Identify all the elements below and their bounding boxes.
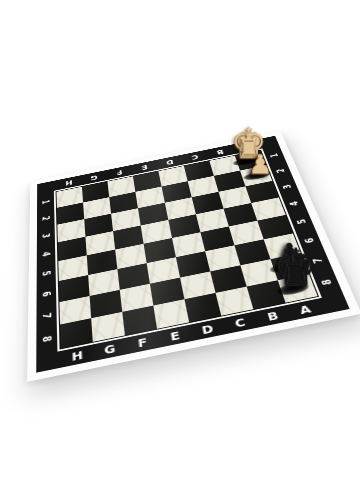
rank-label-2: 2 bbox=[266, 164, 296, 177]
piece-black-rook-a8: ♜ bbox=[273, 256, 318, 292]
piece-black-knight-a8: ♞ bbox=[273, 252, 318, 291]
rank-label-1: 1 bbox=[260, 149, 289, 162]
piece-black-rook-a8: ♜ bbox=[273, 256, 318, 292]
product-photo-canvas: HGFEDCBA HGFEDCBA 12345678 12345678 ♜♞♝♛… bbox=[0, 0, 360, 482]
piece-black-pawn-a7: ♟ bbox=[267, 240, 310, 269]
rank-label-4: 4 bbox=[279, 196, 311, 211]
piece-black-pawn-a7: ♟ bbox=[267, 240, 310, 269]
piece-black-pawn-a7: ♟ bbox=[267, 240, 310, 269]
piece-black-knight-a8: ♞ bbox=[273, 252, 318, 291]
piece-black-pawn-a7: ♟ bbox=[267, 240, 310, 269]
chess-board: HGFEDCBA HGFEDCBA 12345678 12345678 ♜♞♝♛… bbox=[27, 131, 360, 382]
piece-black-pawn-a7: ♟ bbox=[267, 240, 310, 269]
rank-label-3: 3 bbox=[272, 180, 303, 194]
piece-black-pawn-a7: ♟ bbox=[267, 240, 310, 269]
piece-black-bishop-a8: ♝ bbox=[273, 250, 318, 291]
board-tilt-wrapper: HGFEDCBA HGFEDCBA 12345678 12345678 ♜♞♝♛… bbox=[0, 0, 360, 482]
piece-black-pawn-a7: ♟ bbox=[267, 240, 310, 269]
piece-black-bishop-a8: ♝ bbox=[273, 250, 318, 291]
piece-black-pawn-a7: ♟ bbox=[267, 240, 310, 269]
